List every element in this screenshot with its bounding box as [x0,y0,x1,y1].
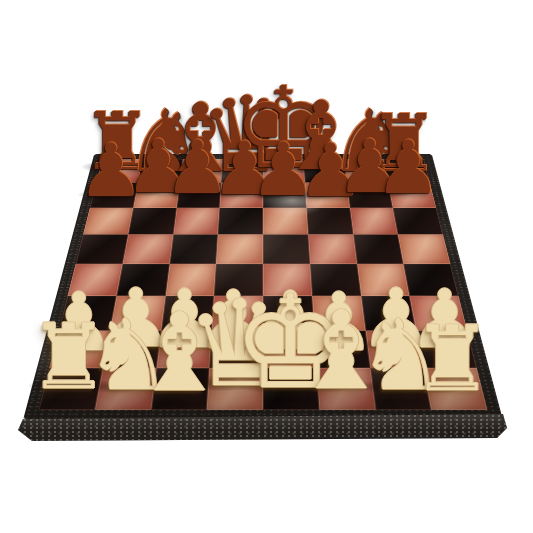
white-rook[interactable]: ♜ [412,314,493,404]
piece-layer: ♜♞♝♛♚♝♞♜♟♟♟♟♟♟♟♟♟♟♟♟♟♟♟♟♜♞♝♛♚♝♞♜ [0,0,533,533]
black-pawn[interactable]: ♟ [375,131,441,205]
chess-photo-scene: ♜♞♝♛♚♝♞♜♟♟♟♟♟♟♟♟♟♟♟♟♟♟♟♟♜♞♝♛♚♝♞♜ [0,0,533,533]
